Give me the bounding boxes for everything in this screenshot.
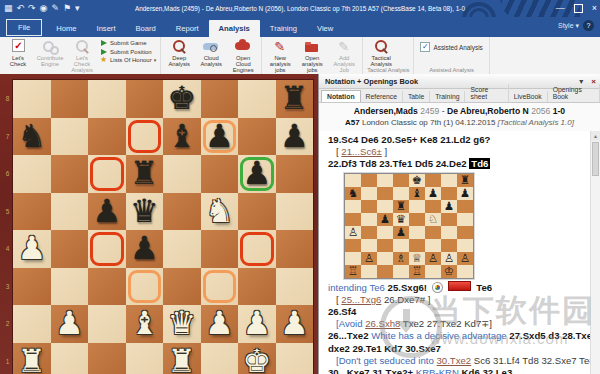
square-h8: ♜: [457, 174, 473, 187]
square-f8[interactable]: [201, 80, 239, 118]
square-d3[interactable]: [126, 268, 164, 306]
square-g7: [441, 187, 457, 200]
black-pawn-d4: ♟: [396, 226, 406, 239]
redbar-icon: [448, 281, 471, 291]
square-c6[interactable]: [88, 155, 126, 193]
white-rook-a1: ♜: [17, 343, 46, 374]
square-b7: [361, 187, 377, 200]
move-seg[interactable]: 30.Txe2: [437, 355, 472, 366]
na-line-5: dxe2 29.Te1 Kd7 30.Sxe7: [328, 343, 586, 355]
square-a6[interactable]: [13, 155, 51, 193]
tab-report[interactable]: Report: [166, 20, 209, 37]
move-seg[interactable]: 25...Txg6: [341, 294, 381, 305]
move-seg[interactable]: 26.Sxh8: [365, 318, 400, 329]
new-analysis-jobs-button[interactable]: New analysis jobs: [264, 38, 296, 74]
submit-position-label: Submit Position: [110, 49, 152, 55]
move-seg[interactable]: 26.Sf4: [328, 306, 356, 317]
notation-before-diagram: 19.Sc4 De6 20.Se5+ Ke8 21.Ld2 g6?[ 21...…: [328, 134, 586, 171]
na-line-6: [Don't get seduced into 30.Txe2 Sc6 31.L…: [328, 355, 586, 367]
tactical-analysis-label: Tactical Analysis: [366, 55, 396, 67]
style-button[interactable]: Style ▾: [558, 22, 579, 30]
tab-home[interactable]: Home: [46, 20, 86, 37]
notation-area[interactable]: 19.Sc4 De6 20.Se5+ Ke8 21.Ld2 g6?[ 21...…: [319, 131, 600, 374]
dropdown-caret-icon: ▾: [154, 57, 157, 63]
move-seg[interactable]: Kd6 32.Le3: [459, 367, 512, 374]
highlight-frame-orange-d3: [128, 270, 162, 304]
square-a3[interactable]: [13, 268, 51, 306]
square-h7: ♟: [457, 187, 473, 200]
square-h1: [457, 265, 473, 278]
square-d5[interactable]: ♛: [126, 193, 164, 231]
panel-tab-notation[interactable]: Notation: [321, 90, 361, 102]
let-s-check-analysis-button: Let's Check Analysis: [66, 38, 98, 74]
add-analysis-job-icon: [335, 39, 353, 54]
pen-icon[interactable]: ✎: [51, 1, 59, 16]
square-g2: ♙: [441, 252, 457, 265]
let-s-check-analysis-label: Let's Check Analysis: [67, 55, 97, 74]
square-g3[interactable]: [238, 268, 276, 306]
move-seg[interactable]: 25.Sxg6!: [385, 282, 430, 293]
square-c5: ♟: [377, 213, 393, 226]
square-g6[interactable]: ♟: [238, 155, 276, 193]
open-analysis-jobs-button[interactable]: Open analysis jobs: [296, 38, 328, 74]
black-pawn-f7: ♟: [428, 187, 438, 200]
square-e7[interactable]: ♝: [163, 118, 201, 156]
maximize-button[interactable]: [574, 4, 583, 13]
square-d4[interactable]: ♟: [126, 230, 164, 268]
square-g7[interactable]: [238, 118, 276, 156]
move-seg: intending Te6: [328, 282, 385, 293]
square-h6: [457, 200, 473, 213]
window-title: Andersen,Mads (2459) - De Abreu,Roberto …: [0, 0, 600, 17]
lists-of-honour-icon: [100, 56, 108, 64]
move-seg: [Don't get seduced into: [336, 355, 437, 366]
black-queen-d5: ♛: [130, 193, 159, 230]
menu-tabs: FileHomeInsertBoardReportAnalysisTrainin…: [0, 17, 600, 37]
square-c7[interactable]: [88, 118, 126, 156]
white-pawn-g2: ♟: [242, 305, 271, 342]
ribbon-group-buttons-deep-analysis: Deep AnalysisCloud AnalysisOpen Cloud En…: [163, 38, 259, 74]
panel-tab-livebook[interactable]: LiveBook: [509, 91, 548, 102]
white-rook-a1: ♖: [348, 265, 358, 278]
move-seg: ]: [382, 146, 387, 157]
white-pawn-h2: ♟: [280, 305, 309, 342]
move-seg: [Avoid: [336, 318, 365, 329]
square-h8[interactable]: ♜: [276, 80, 314, 118]
square-c4[interactable]: [88, 230, 126, 268]
contribute-engine-button: Contribute Engine: [34, 38, 66, 67]
square-e1[interactable]: ♜: [163, 343, 201, 374]
submit-position-button[interactable]: Submit Position: [100, 48, 156, 57]
white-bishop-d2: ♝: [130, 305, 159, 342]
square-e2: ♕: [409, 252, 425, 265]
square-g8: [441, 174, 457, 187]
square-b4: [361, 226, 377, 239]
tab-file[interactable]: File: [6, 19, 42, 36]
square-g4: [441, 226, 457, 239]
square-c3: [377, 239, 393, 252]
white-pawn-b2: ♟: [55, 305, 84, 342]
event-seg-0: A57: [345, 118, 360, 127]
minimize-button[interactable]: —: [556, 0, 565, 16]
event-seg-2: [Tactical Analysis 1.0]: [498, 118, 574, 127]
panel-tabs: NotationReferenceTableTrainingScore shee…: [319, 89, 600, 103]
black-king-e8: ♚: [412, 174, 422, 187]
let-s-check-button[interactable]: Let's Check: [2, 38, 34, 67]
square-c7: [377, 187, 393, 200]
white-bishop-d2: ♗: [396, 252, 406, 265]
square-c2: [377, 252, 393, 265]
white-pawn-g2: ♙: [444, 252, 454, 265]
square-d6: ♜: [393, 200, 409, 213]
square-c8: [377, 174, 393, 187]
white-queen-e2: ♛: [167, 305, 196, 342]
ribbon-group-buttons-assisted-analysis: ✓Assisted Analysis: [416, 38, 486, 67]
white-pawn-a4: ♙: [348, 226, 358, 239]
na-line-3: [Avoid 26.Sxh8 Txe2 27.Txe2 Kd7∓]: [328, 318, 586, 330]
move-seg[interactable]: 27.Sxd5 d3 28.Txe2: [507, 330, 598, 341]
square-b1: [361, 265, 377, 278]
rank-label-2: 2: [3, 320, 12, 327]
square-a7[interactable]: ♞: [13, 118, 51, 156]
square-d1[interactable]: [126, 343, 164, 374]
add-analysis-job-button: Add Analysis Job: [328, 38, 360, 74]
players-seg-1: 2459: [420, 106, 439, 116]
square-a4[interactable]: ♟: [13, 230, 51, 268]
square-e5[interactable]: [163, 193, 201, 231]
square-b3[interactable]: [51, 268, 89, 306]
square-e6: [409, 200, 425, 213]
square-b2[interactable]: ♟: [51, 305, 89, 343]
let-s-check-icon: [9, 39, 27, 54]
square-g5: [441, 213, 457, 226]
square-f5: ♘: [425, 213, 441, 226]
chessbase-window: ▦↶↷◉✎⚑▾ Andersen,Mads (2459) - De Abreu,…: [0, 0, 600, 374]
highlight-frame-orange-f3: [203, 270, 237, 304]
tab-insert[interactable]: Insert: [87, 20, 126, 37]
square-e3[interactable]: [163, 268, 201, 306]
square-a1[interactable]: ♜: [13, 343, 51, 374]
square-b5[interactable]: [51, 193, 89, 231]
square-c8[interactable]: [88, 80, 126, 118]
close-button[interactable]: ×: [592, 0, 597, 16]
tab-training[interactable]: Training: [260, 20, 307, 37]
highlight-frame-red-c4: [90, 232, 124, 266]
ribbon-group-buttons-tactical-analysis: Tactical Analysis: [365, 38, 411, 67]
board-area: 87654321 ♚♜♞♝♟♟♜♟♟♛♞♟♟♟♝♛♟♟♟♜♜♚: [0, 74, 318, 374]
square-b5: [361, 213, 377, 226]
menu-tab-row: FileHomeInsertBoardReportAnalysisTrainin…: [0, 17, 600, 37]
black-bishop-e7: ♝: [167, 118, 196, 155]
square-a1: ♖: [345, 265, 361, 278]
black-rook-h8: ♜: [460, 174, 470, 187]
square-b8: [361, 174, 377, 187]
square-f6[interactable]: [201, 155, 239, 193]
tab-view[interactable]: View: [307, 20, 343, 37]
black-knight-a7: ♞: [348, 187, 358, 200]
contribute-engine-label: Contribute Engine: [35, 55, 65, 67]
square-g3: [441, 239, 457, 252]
square-b8[interactable]: [51, 80, 89, 118]
square-e7: ♝: [409, 187, 425, 200]
lists-of-honour-button[interactable]: Lists Of Honour▾: [100, 56, 156, 65]
square-e8: ♚: [409, 174, 425, 187]
square-d7[interactable]: [126, 118, 164, 156]
square-h2: ♙: [457, 252, 473, 265]
ribbon-group-analysis-jobs: New analysis jobsOpen analysis jobsAdd A…: [262, 37, 363, 74]
deep-analysis-button[interactable]: Deep Analysis: [163, 38, 195, 67]
black-rook-h8: ♜: [280, 80, 309, 117]
na-line-0: intending Te6 25.Sxg6! Te6: [328, 281, 586, 294]
square-f2[interactable]: ♟: [201, 305, 239, 343]
let-s-check-label: Let's Check: [3, 55, 33, 67]
square-e2[interactable]: ♛: [163, 305, 201, 343]
new-analysis-jobs-label: New analysis jobs: [265, 55, 295, 74]
black-rook-d6: ♜: [396, 200, 406, 213]
square-g5[interactable]: [238, 193, 276, 231]
rank-label-5: 5: [3, 208, 12, 215]
square-f7[interactable]: ♟: [201, 118, 239, 156]
move-seg[interactable]: Te6: [474, 282, 492, 293]
window-controls: — ×: [556, 0, 597, 16]
square-c5[interactable]: ♟: [88, 193, 126, 231]
square-a8: [345, 174, 361, 187]
open-cloud-engines-button[interactable]: Open Cloud Engines: [227, 38, 259, 74]
submit-game-button[interactable]: Submit Game: [100, 39, 156, 48]
square-h4[interactable]: [276, 230, 314, 268]
white-king-g1: ♔: [444, 265, 454, 278]
submit-game-label: Submit Game: [110, 40, 147, 46]
square-g1[interactable]: ♚: [238, 343, 276, 374]
white-king-g1: ♚: [242, 343, 271, 374]
square-h2[interactable]: ♟: [276, 305, 314, 343]
players-seg-3: De Abreu,Roberto N: [447, 106, 531, 116]
square-b2: ♙: [361, 252, 377, 265]
square-a2: [345, 252, 361, 265]
move-seg[interactable]: 21...Sc6±: [341, 146, 381, 157]
square-d2[interactable]: ♝: [126, 305, 164, 343]
square-c1[interactable]: [88, 343, 126, 374]
main-chess-board: ♚♜♞♝♟♟♜♟♟♛♞♟♟♟♝♛♟♟♟♜♜♚: [13, 80, 313, 374]
panel-title: Notation + Openings Book: [319, 77, 575, 86]
tab-board[interactable]: Board: [126, 20, 166, 37]
deep-analysis-icon: [170, 39, 188, 54]
game-header-event: A57 London Classic op 7th (1) 04.12.2015…: [319, 117, 600, 128]
white-pawn-f2: ♟: [205, 305, 234, 342]
board-icon[interactable]: ▦: [4, 1, 13, 16]
flag-icon[interactable]: ⚑: [63, 1, 71, 16]
square-h6[interactable]: [276, 155, 314, 193]
square-f7: ♟: [425, 187, 441, 200]
na-line-1: [ 25...Txg6 26.Dxe7# ]: [328, 294, 586, 306]
square-c6: [377, 200, 393, 213]
deep-analysis-label: Deep Analysis: [164, 55, 194, 67]
square-b1[interactable]: [51, 343, 89, 374]
square-d5: ♛: [393, 213, 409, 226]
players-seg-6: 1-0: [553, 106, 565, 116]
scrollbar-up-icon[interactable]: ▲: [591, 131, 600, 141]
square-f1: [425, 265, 441, 278]
square-a2[interactable]: [13, 305, 51, 343]
square-a7: ♞: [345, 187, 361, 200]
white-rook-e1: ♜: [167, 343, 196, 374]
black-pawn-f7: ♟: [205, 118, 234, 155]
tab-analysis[interactable]: Analysis: [209, 20, 260, 37]
black-pawn-h7: ♟: [280, 118, 309, 155]
move-seg[interactable]: 19.Sc4 De6 20.Se5+ Ke8 21.Ld2 g6?: [328, 134, 490, 145]
square-e4: [409, 226, 425, 239]
rank-label-1: 1: [3, 358, 12, 365]
na-line-2: 26.Sf4: [328, 306, 586, 318]
move-seg[interactable]: dxe2 29.Te1 Kd7 30.Sxe7: [328, 343, 441, 354]
white-knight-f5: ♞: [205, 193, 234, 230]
move-seg[interactable]: Td6: [469, 158, 490, 169]
square-h7[interactable]: ♟: [276, 118, 314, 156]
title-bar: ▦↶↷◉✎⚑▾ Andersen,Mads (2459) - De Abreu,…: [0, 0, 600, 17]
contribute-engine-icon: [41, 39, 59, 54]
square-g4[interactable]: [238, 230, 276, 268]
black-pawn-g6: ♟: [242, 155, 271, 192]
square-h5[interactable]: [276, 193, 314, 231]
notation-scrollbar[interactable]: ▲: [590, 131, 600, 374]
square-d7: [393, 187, 409, 200]
scrollbar-thumb[interactable]: [592, 142, 599, 176]
move-seg: Txe2 27.Txe2 Kd7∓]: [400, 318, 492, 329]
square-g2[interactable]: ♟: [238, 305, 276, 343]
square-b6[interactable]: [51, 155, 89, 193]
square-d6[interactable]: ♜: [126, 155, 164, 193]
panel-tab-score-sheet[interactable]: Score sheet: [465, 84, 508, 102]
square-a4: ♙: [345, 226, 361, 239]
submit-game-icon: [100, 39, 108, 47]
square-f4[interactable]: [201, 230, 239, 268]
white-queen-e2: ♕: [412, 252, 422, 265]
colorwheel-icon: [433, 283, 442, 292]
black-pawn-c5: ♟: [92, 193, 121, 230]
square-c1: [377, 265, 393, 278]
square-e5: [409, 213, 425, 226]
add-analysis-job-label: Add Analysis Job: [329, 55, 359, 74]
assisted-analysis-checkbox[interactable]: ✓Assisted Analysis: [416, 38, 486, 52]
na-line-7: 30...Kxe7 31.Txe2+ KRB-KRN Kd6 32.Le3: [328, 367, 586, 374]
ribbon: Let's CheckContribute EngineLet's Check …: [0, 37, 600, 75]
square-a5[interactable]: [13, 193, 51, 231]
checkbox-icon: ✓: [420, 42, 430, 52]
ribbon-group-tactical-analysis: Tactical AnalysisTactical Analysis: [363, 37, 414, 74]
nb-line-1: [ 21...Sc6± ]: [328, 146, 586, 158]
panel-tab-openings-book[interactable]: Openings Book: [548, 84, 600, 102]
square-b6: [361, 200, 377, 213]
open-analysis-jobs-icon: [303, 39, 321, 54]
square-f2: ♙: [425, 252, 441, 265]
record-icon[interactable]: ◉: [40, 1, 48, 16]
highlight-frame-red-g4: [240, 232, 274, 266]
highlight-frame-red-d7: [128, 120, 162, 154]
square-f5[interactable]: ♞: [201, 193, 239, 231]
square-f6: [425, 200, 441, 213]
style-area: Style ▾ ?: [558, 20, 594, 31]
qat-dropdown-icon[interactable]: ▾: [75, 1, 80, 16]
players-seg-0: Andersen,Mads: [354, 106, 420, 116]
panel-tab-reference[interactable]: Reference: [361, 91, 403, 102]
tactical-analysis-button[interactable]: Tactical Analysis: [365, 38, 397, 67]
square-f3[interactable]: [201, 268, 239, 306]
cloud-analysis-button[interactable]: Cloud Analysis: [195, 38, 227, 67]
square-c3[interactable]: [88, 268, 126, 306]
black-rook-d6: ♜: [130, 155, 159, 192]
square-d4: ♟: [393, 226, 409, 239]
assisted-analysis-checkbox-label: Assisted Analysis: [433, 44, 482, 51]
square-e8[interactable]: ♚: [163, 80, 201, 118]
square-e3: [409, 239, 425, 252]
square-a6: [345, 200, 361, 213]
square-h3[interactable]: [276, 268, 314, 306]
rank-label-6: 6: [3, 170, 12, 177]
game-header: Andersen,Mads 2459 - De Abreu,Roberto N …: [319, 103, 600, 132]
na-line-4: 26...Txe2 White has a decisive advantage…: [328, 330, 586, 342]
square-b4[interactable]: [51, 230, 89, 268]
black-queen-d5: ♛: [396, 213, 406, 226]
square-h4: [457, 226, 473, 239]
ribbon-small-buttons: Submit GameSubmit PositionLists Of Honou…: [98, 38, 158, 66]
move-seg[interactable]: 26...Txe2: [328, 330, 371, 341]
notation-diagram-board: ♚♜♞♝♟♟♜♟♟♛♘♙♟♙♗♕♙♙♙♖♖♔: [344, 173, 474, 279]
let-s-check-analysis-icon: [73, 39, 91, 54]
rank-label-4: 4: [3, 245, 12, 252]
square-f1[interactable]: [201, 343, 239, 374]
undo-icon[interactable]: ↶: [17, 1, 25, 16]
square-d1: [393, 265, 409, 278]
square-h1[interactable]: [276, 343, 314, 374]
panel-tab-training[interactable]: Training: [430, 91, 465, 102]
open-analysis-jobs-label: Open analysis jobs: [297, 55, 327, 74]
redo-icon[interactable]: ↷: [28, 1, 36, 16]
square-a8[interactable]: [13, 80, 51, 118]
square-b7[interactable]: [51, 118, 89, 156]
notation-after-diagram: intending Te6 25.Sxg6! Te6[ 25...Txg6 26…: [328, 281, 586, 374]
square-e4[interactable]: [163, 230, 201, 268]
square-b3: [361, 239, 377, 252]
square-d8: [393, 174, 409, 187]
ribbon-group-deep-analysis: Deep AnalysisCloud AnalysisOpen Cloud En…: [161, 37, 262, 74]
move-seg[interactable]: 22.Df3 Td8 23.Tfe1 Dd5 24.De2: [328, 158, 469, 169]
notation-panel: Notation + Openings Book ▾ × NotationRef…: [318, 74, 600, 374]
ribbon-group-buttons-analysis-jobs: New analysis jobsOpen analysis jobsAdd A…: [264, 38, 360, 74]
game-header-players: Andersen,Mads 2459 - De Abreu,Roberto N …: [319, 105, 600, 117]
event-seg-1: London Classic op 7th (1) 04.12.2015: [360, 118, 498, 127]
square-g8[interactable]: [238, 80, 276, 118]
highlight-frame-red-c6: [90, 157, 124, 191]
rank-label-8: 8: [3, 95, 12, 102]
square-c2[interactable]: [88, 305, 126, 343]
diagram-wrap: ♚♜♞♝♟♟♜♟♟♛♘♙♟♙♗♕♙♙♙♖♖♔: [344, 173, 586, 279]
white-pawn-b2: ♙: [364, 252, 374, 265]
square-d8[interactable]: [126, 80, 164, 118]
nb-line-0: 19.Sc4 De6 20.Se5+ Ke8 21.Ld2 g6?: [328, 134, 586, 146]
square-e6[interactable]: [163, 155, 201, 193]
square-g6: ♟: [441, 200, 457, 213]
white-pawn-h2: ♙: [460, 252, 470, 265]
open-cloud-engines-icon: [234, 39, 252, 54]
help-button[interactable]: ?: [583, 20, 594, 31]
move-seg[interactable]: 30...Kxe7 31.Txe2+: [328, 367, 416, 374]
panel-tab-table[interactable]: Table: [403, 91, 430, 102]
square-d2: ♗: [393, 252, 409, 265]
square-g1: ♔: [441, 265, 457, 278]
ribbon-group-buttons-let-s-check: Let's CheckContribute EngineLet's Check …: [2, 38, 158, 74]
move-seg: White has a decisive advantage: [371, 330, 506, 341]
lists-of-honour-label: Lists Of Honour: [110, 57, 152, 63]
